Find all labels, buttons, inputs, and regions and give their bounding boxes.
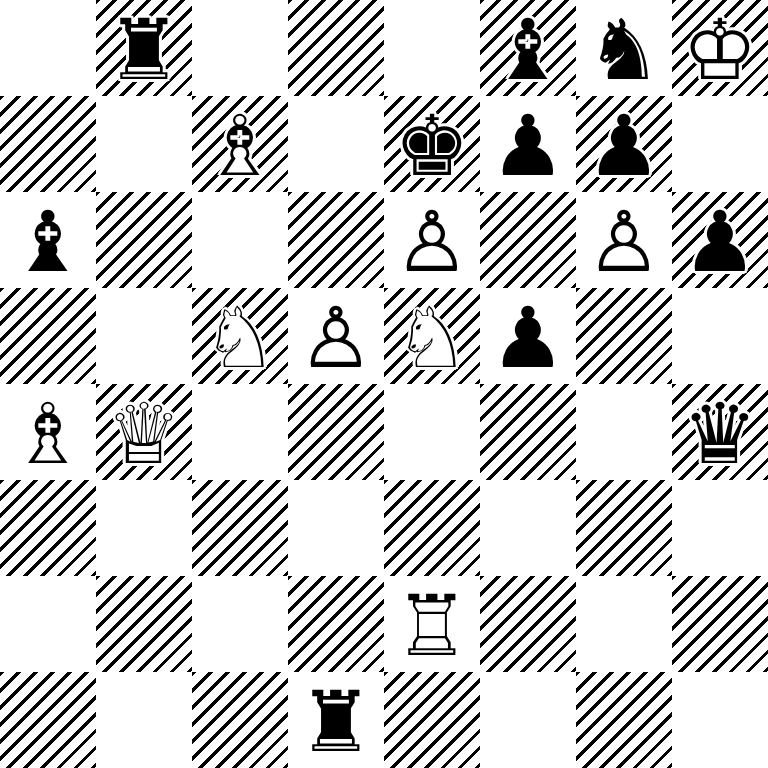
black-knight-glyph: ♞ [576, 0, 672, 96]
white-bishop-glyph: ♗ [0, 384, 96, 480]
square-e5[interactable]: ♞♘ [384, 288, 480, 384]
square-h8[interactable]: ♚♔ [672, 0, 768, 96]
square-f3[interactable] [480, 480, 576, 576]
black-bishop-glyph: ♝ [480, 0, 576, 96]
square-d6[interactable] [288, 192, 384, 288]
square-h5[interactable] [672, 288, 768, 384]
square-b4[interactable]: ♛♕ [96, 384, 192, 480]
square-h7[interactable] [672, 96, 768, 192]
black-king[interactable]: ♚ [384, 96, 480, 192]
white-knight[interactable]: ♞♘ [384, 288, 480, 384]
square-f7[interactable]: ♟ [480, 96, 576, 192]
square-g8[interactable]: ♞ [576, 0, 672, 96]
square-g6[interactable]: ♟♙ [576, 192, 672, 288]
black-rook-glyph: ♜ [288, 672, 384, 768]
square-c5[interactable]: ♞♘ [192, 288, 288, 384]
black-pawn[interactable]: ♟ [672, 192, 768, 288]
black-pawn[interactable]: ♟ [576, 96, 672, 192]
black-pawn-glyph: ♟ [672, 192, 768, 288]
square-h2[interactable] [672, 576, 768, 672]
square-b5[interactable] [96, 288, 192, 384]
white-pawn[interactable]: ♟♙ [384, 192, 480, 288]
square-h1[interactable] [672, 672, 768, 768]
square-a1[interactable] [0, 672, 96, 768]
square-d3[interactable] [288, 480, 384, 576]
square-e4[interactable] [384, 384, 480, 480]
white-bishop-glyph: ♗ [192, 96, 288, 192]
square-f5[interactable]: ♟ [480, 288, 576, 384]
square-b1[interactable] [96, 672, 192, 768]
white-knight[interactable]: ♞♘ [192, 288, 288, 384]
square-c7[interactable]: ♝♗ [192, 96, 288, 192]
black-king-glyph: ♚ [384, 96, 480, 192]
square-c2[interactable] [192, 576, 288, 672]
white-pawn[interactable]: ♟♙ [576, 192, 672, 288]
black-pawn[interactable]: ♟ [480, 96, 576, 192]
square-c8[interactable] [192, 0, 288, 96]
white-bishop[interactable]: ♝♗ [0, 384, 96, 480]
square-c4[interactable] [192, 384, 288, 480]
square-g5[interactable] [576, 288, 672, 384]
square-b7[interactable] [96, 96, 192, 192]
white-queen[interactable]: ♛♕ [96, 384, 192, 480]
square-c3[interactable] [192, 480, 288, 576]
square-a2[interactable] [0, 576, 96, 672]
square-d7[interactable] [288, 96, 384, 192]
black-rook[interactable]: ♜ [96, 0, 192, 96]
square-a3[interactable] [0, 480, 96, 576]
square-d5[interactable]: ♟♙ [288, 288, 384, 384]
square-f4[interactable] [480, 384, 576, 480]
black-pawn-glyph: ♟ [576, 96, 672, 192]
square-f1[interactable] [480, 672, 576, 768]
square-a7[interactable] [0, 96, 96, 192]
white-pawn[interactable]: ♟♙ [288, 288, 384, 384]
square-g3[interactable] [576, 480, 672, 576]
square-g4[interactable] [576, 384, 672, 480]
black-queen[interactable]: ♛ [672, 384, 768, 480]
white-queen-glyph: ♕ [96, 384, 192, 480]
black-rook[interactable]: ♜ [288, 672, 384, 768]
square-a8[interactable] [0, 0, 96, 96]
square-e8[interactable] [384, 0, 480, 96]
chess-board: ♜♝♞♚♔♝♗♚♟♟♝♟♙♟♙♟♞♘♟♙♞♘♟♝♗♛♕♛♜♖♜ [0, 0, 768, 768]
square-b8[interactable]: ♜ [96, 0, 192, 96]
black-bishop[interactable]: ♝ [0, 192, 96, 288]
black-pawn-glyph: ♟ [480, 96, 576, 192]
square-b6[interactable] [96, 192, 192, 288]
square-e2[interactable]: ♜♖ [384, 576, 480, 672]
square-a5[interactable] [0, 288, 96, 384]
square-h4[interactable]: ♛ [672, 384, 768, 480]
white-knight-glyph: ♘ [192, 288, 288, 384]
square-d2[interactable] [288, 576, 384, 672]
square-f2[interactable] [480, 576, 576, 672]
square-a6[interactable]: ♝ [0, 192, 96, 288]
black-queen-glyph: ♛ [672, 384, 768, 480]
white-pawn-glyph: ♙ [384, 192, 480, 288]
square-d8[interactable] [288, 0, 384, 96]
white-pawn-glyph: ♙ [576, 192, 672, 288]
black-knight[interactable]: ♞ [576, 0, 672, 96]
square-d1[interactable]: ♜ [288, 672, 384, 768]
white-rook[interactable]: ♜♖ [384, 576, 480, 672]
black-pawn-glyph: ♟ [480, 288, 576, 384]
black-bishop[interactable]: ♝ [480, 0, 576, 96]
square-h6[interactable]: ♟ [672, 192, 768, 288]
black-pawn[interactable]: ♟ [480, 288, 576, 384]
white-king-glyph: ♔ [672, 0, 768, 96]
square-b3[interactable] [96, 480, 192, 576]
square-f8[interactable]: ♝ [480, 0, 576, 96]
square-g1[interactable] [576, 672, 672, 768]
square-c1[interactable] [192, 672, 288, 768]
square-a4[interactable]: ♝♗ [0, 384, 96, 480]
square-b2[interactable] [96, 576, 192, 672]
white-pawn-glyph: ♙ [288, 288, 384, 384]
square-e3[interactable] [384, 480, 480, 576]
square-d4[interactable] [288, 384, 384, 480]
square-f6[interactable] [480, 192, 576, 288]
white-knight-glyph: ♘ [384, 288, 480, 384]
square-g7[interactable]: ♟ [576, 96, 672, 192]
square-h3[interactable] [672, 480, 768, 576]
white-rook-glyph: ♖ [384, 576, 480, 672]
white-king[interactable]: ♚♔ [672, 0, 768, 96]
square-e6[interactable]: ♟♙ [384, 192, 480, 288]
black-bishop-glyph: ♝ [0, 192, 96, 288]
white-bishop[interactable]: ♝♗ [192, 96, 288, 192]
square-c6[interactable] [192, 192, 288, 288]
square-e1[interactable] [384, 672, 480, 768]
black-rook-glyph: ♜ [96, 0, 192, 96]
square-g2[interactable] [576, 576, 672, 672]
square-e7[interactable]: ♚ [384, 96, 480, 192]
